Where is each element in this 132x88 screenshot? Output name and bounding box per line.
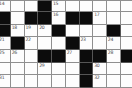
- cell-number: 24: [108, 37, 113, 42]
- crossword-screenshot: 14151617181920212223242526272829303132: [0, 0, 132, 88]
- white-cell[interactable]: [107, 75, 121, 88]
- cell-number: 16: [53, 12, 58, 17]
- white-cell[interactable]: 31: [0, 75, 11, 88]
- white-cell[interactable]: 18: [11, 25, 25, 38]
- crossword-grid: 14151617181920212223242526272829303132: [0, 0, 132, 88]
- white-cell[interactable]: [121, 75, 132, 88]
- white-cell[interactable]: 17: [93, 12, 107, 25]
- cell-number: 19: [26, 25, 31, 30]
- cell-number: 17: [94, 12, 99, 17]
- white-cell[interactable]: [25, 63, 39, 76]
- cell-number: 26: [12, 50, 17, 55]
- white-cell[interactable]: [66, 75, 80, 88]
- black-cell: [80, 75, 94, 88]
- black-cell: [52, 50, 66, 63]
- white-cell[interactable]: [107, 0, 121, 12]
- black-cell: [107, 25, 121, 38]
- white-cell[interactable]: [52, 63, 66, 76]
- black-cell: [0, 12, 11, 25]
- cell-number: 14: [0, 1, 4, 6]
- white-cell[interactable]: [25, 75, 39, 88]
- cell-number: 25: [0, 50, 4, 55]
- black-cell: [80, 12, 94, 25]
- white-cell[interactable]: [80, 25, 94, 38]
- black-cell: [38, 12, 52, 25]
- black-cell: [38, 0, 52, 12]
- white-cell[interactable]: [0, 63, 11, 76]
- white-cell[interactable]: 24: [107, 37, 121, 50]
- white-cell[interactable]: [66, 0, 80, 12]
- black-cell: [38, 50, 52, 63]
- black-cell: [121, 50, 132, 63]
- white-cell[interactable]: [11, 63, 25, 76]
- white-cell[interactable]: [107, 63, 121, 76]
- white-cell[interactable]: [107, 12, 121, 25]
- cell-number: 21: [0, 37, 4, 42]
- black-cell: [52, 25, 66, 38]
- white-cell[interactable]: [11, 75, 25, 88]
- black-cell: [80, 63, 94, 76]
- white-cell[interactable]: 32: [93, 75, 107, 88]
- white-cell[interactable]: 30: [93, 63, 107, 76]
- black-cell: [80, 50, 94, 63]
- white-cell[interactable]: [93, 25, 107, 38]
- white-cell[interactable]: [66, 25, 80, 38]
- white-cell[interactable]: [80, 0, 94, 12]
- white-cell[interactable]: [121, 37, 132, 50]
- white-cell[interactable]: 14: [0, 0, 11, 12]
- white-cell[interactable]: [66, 63, 80, 76]
- white-cell[interactable]: 28: [107, 50, 121, 63]
- black-cell: [0, 25, 11, 38]
- white-cell[interactable]: [52, 37, 66, 50]
- white-cell[interactable]: [25, 50, 39, 63]
- white-cell[interactable]: [121, 63, 132, 76]
- black-cell: [93, 50, 107, 63]
- white-cell[interactable]: 29: [38, 63, 52, 76]
- white-cell[interactable]: [38, 37, 52, 50]
- cell-number: 15: [53, 1, 58, 6]
- white-cell[interactable]: [11, 0, 25, 12]
- cell-number: 18: [12, 25, 17, 30]
- white-cell[interactable]: 21: [0, 37, 11, 50]
- white-cell[interactable]: 22: [25, 37, 39, 50]
- white-cell[interactable]: 25: [0, 50, 11, 63]
- cell-number: 31: [0, 75, 4, 80]
- cell-number: 20: [39, 25, 44, 30]
- black-cell: [25, 12, 39, 25]
- black-cell: [66, 37, 80, 50]
- white-cell[interactable]: 20: [38, 25, 52, 38]
- white-cell[interactable]: [38, 75, 52, 88]
- cell-number: 22: [26, 37, 31, 42]
- cell-number: 28: [108, 50, 113, 55]
- white-cell[interactable]: 15: [52, 0, 66, 12]
- white-cell[interactable]: 26: [11, 50, 25, 63]
- cell-number: 30: [94, 63, 99, 68]
- white-cell[interactable]: [121, 25, 132, 38]
- cell-number: 23: [80, 37, 85, 42]
- white-cell[interactable]: [11, 12, 25, 25]
- white-cell[interactable]: [25, 0, 39, 12]
- white-cell[interactable]: [52, 75, 66, 88]
- cell-number: 29: [39, 63, 44, 68]
- white-cell[interactable]: 23: [80, 37, 94, 50]
- white-cell[interactable]: 27: [66, 50, 80, 63]
- white-cell[interactable]: 19: [25, 25, 39, 38]
- cell-number: 32: [94, 75, 99, 80]
- cell-number: 27: [67, 50, 72, 55]
- white-cell[interactable]: [93, 0, 107, 12]
- black-cell: [66, 12, 80, 25]
- white-cell[interactable]: [93, 37, 107, 50]
- white-cell[interactable]: [121, 12, 132, 25]
- white-cell[interactable]: 16: [52, 12, 66, 25]
- black-cell: [11, 37, 25, 50]
- white-cell[interactable]: [121, 0, 132, 12]
